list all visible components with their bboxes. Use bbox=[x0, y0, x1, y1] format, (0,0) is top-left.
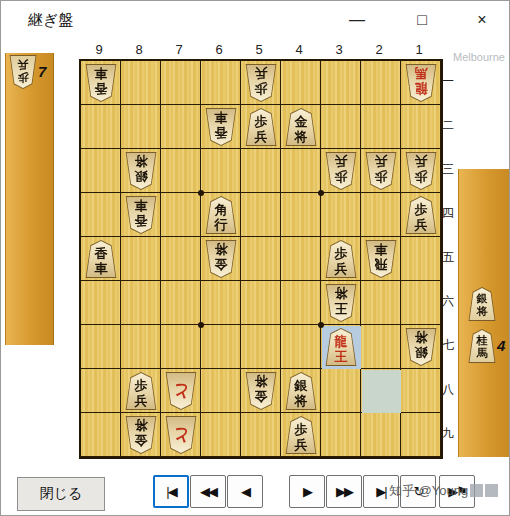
nav-button-forward-1[interactable]: ▶ bbox=[289, 475, 325, 508]
nav-button-rewind-loop[interactable]: ↻ bbox=[400, 475, 436, 508]
piece-歩兵-52-sente[interactable]: 歩兵 bbox=[245, 108, 277, 146]
nav-button-back-1[interactable]: ◀ bbox=[227, 475, 263, 508]
piece-歩兵-35-sente[interactable]: 歩兵 bbox=[325, 240, 357, 278]
piece-歩兵-88-sente[interactable]: 歩兵 bbox=[125, 372, 157, 410]
hand-piece-桂馬-sente[interactable]: 桂馬 bbox=[468, 329, 496, 363]
hand-count-桂馬: 4 bbox=[497, 337, 505, 354]
tsugiban-window: { "window": { "title": "継ぎ盤", "minimize_… bbox=[0, 0, 510, 516]
piece-香車-95-sente[interactable]: 香車 bbox=[85, 240, 117, 278]
piece-歩兵-49-sente[interactable]: 歩兵 bbox=[285, 416, 317, 454]
file-label-7: 7 bbox=[159, 42, 199, 57]
piece-と-79-gote[interactable]: と bbox=[165, 416, 197, 454]
hoshi-dot bbox=[198, 190, 204, 196]
hand-count-歩兵: 7 bbox=[38, 63, 46, 80]
piece-歩兵-14-sente[interactable]: 歩兵 bbox=[405, 196, 437, 234]
piece-王将-36-gote[interactable]: 王将 bbox=[325, 284, 357, 322]
piece-金将-58-gote[interactable]: 金将 bbox=[245, 372, 277, 410]
rank-label-7: 七 bbox=[440, 323, 456, 367]
piece-金将-89-gote[interactable]: 金将 bbox=[125, 416, 157, 454]
hand-piece-歩兵-gote[interactable]: 歩兵 bbox=[9, 55, 37, 89]
piece-と-78-gote[interactable]: と bbox=[165, 372, 197, 410]
gote-piece-stand: 歩兵7 bbox=[5, 53, 54, 345]
hand-piece-銀将-sente[interactable]: 銀将 bbox=[468, 287, 496, 321]
piece-龍馬-11-gote[interactable]: 龍馬 bbox=[405, 64, 437, 102]
piece-銀将-17-gote[interactable]: 銀将 bbox=[405, 328, 437, 366]
highlight-square-28[interactable] bbox=[362, 370, 401, 413]
piece-角行-64-sente[interactable]: 角行 bbox=[205, 196, 237, 234]
nav-button-back-10[interactable]: ◀◀ bbox=[190, 475, 226, 508]
file-label-6: 6 bbox=[199, 42, 239, 57]
rank-label-1: 一 bbox=[440, 59, 456, 103]
file-label-5: 5 bbox=[239, 42, 279, 57]
close-board-button[interactable]: 閉じる bbox=[17, 477, 105, 511]
rank-label-6: 六 bbox=[440, 279, 456, 323]
nav-button-first[interactable]: |◀ bbox=[153, 475, 189, 508]
minimize-button[interactable]: — bbox=[334, 1, 380, 39]
file-label-4: 4 bbox=[279, 42, 319, 57]
piece-飛車-25-gote[interactable]: 飛車 bbox=[365, 240, 397, 278]
rank-label-9: 九 bbox=[440, 411, 456, 455]
file-label-2: 2 bbox=[359, 42, 399, 57]
piece-歩兵-33-gote[interactable]: 歩兵 bbox=[325, 152, 357, 190]
file-label-8: 8 bbox=[119, 42, 159, 57]
file-label-9: 9 bbox=[79, 42, 119, 57]
piece-金将-42-sente[interactable]: 金将 bbox=[285, 108, 317, 146]
shogi-board[interactable]: 香車歩兵龍馬香車歩兵金将銀将歩兵歩兵歩兵香車角行歩兵香車金将歩兵飛車王将龍王銀将… bbox=[79, 59, 443, 459]
piece-香車-62-gote[interactable]: 香車 bbox=[205, 108, 237, 146]
nav-button-last[interactable]: ▶| bbox=[363, 475, 399, 508]
title-bar: 継ぎ盤 — □ × bbox=[1, 1, 510, 39]
watermark-top-right: Melbourne bbox=[453, 51, 510, 63]
window-title: 継ぎ盤 bbox=[28, 11, 73, 30]
rank-label-4: 四 bbox=[440, 191, 456, 235]
rank-label-8: 八 bbox=[440, 367, 456, 411]
nav-button-to-branch-end[interactable]: ▶⚑ bbox=[439, 475, 475, 508]
nav-button-forward-10[interactable]: ▶▶ bbox=[326, 475, 362, 508]
close-window-button[interactable]: × bbox=[459, 1, 505, 39]
piece-歩兵-23-gote[interactable]: 歩兵 bbox=[365, 152, 397, 190]
piece-金将-65-gote[interactable]: 金将 bbox=[205, 240, 237, 278]
piece-銀将-83-gote[interactable]: 銀将 bbox=[125, 152, 157, 190]
file-label-1: 1 bbox=[399, 42, 439, 57]
hoshi-dot bbox=[318, 322, 324, 328]
hoshi-dot bbox=[198, 322, 204, 328]
piece-歩兵-13-gote[interactable]: 歩兵 bbox=[405, 152, 437, 190]
sente-piece-stand: 銀将桂馬4 bbox=[458, 169, 510, 457]
piece-香車-91-gote[interactable]: 香車 bbox=[85, 64, 117, 102]
rank-label-5: 五 bbox=[440, 235, 456, 279]
rank-label-2: 二 bbox=[440, 103, 456, 147]
maximize-button[interactable]: □ bbox=[399, 1, 445, 39]
piece-歩兵-51-gote[interactable]: 歩兵 bbox=[245, 64, 277, 102]
piece-銀将-48-sente[interactable]: 銀将 bbox=[285, 372, 317, 410]
file-label-3: 3 bbox=[319, 42, 359, 57]
piece-香車-84-gote[interactable]: 香車 bbox=[125, 196, 157, 234]
hoshi-dot bbox=[318, 190, 324, 196]
rank-label-3: 三 bbox=[440, 147, 456, 191]
